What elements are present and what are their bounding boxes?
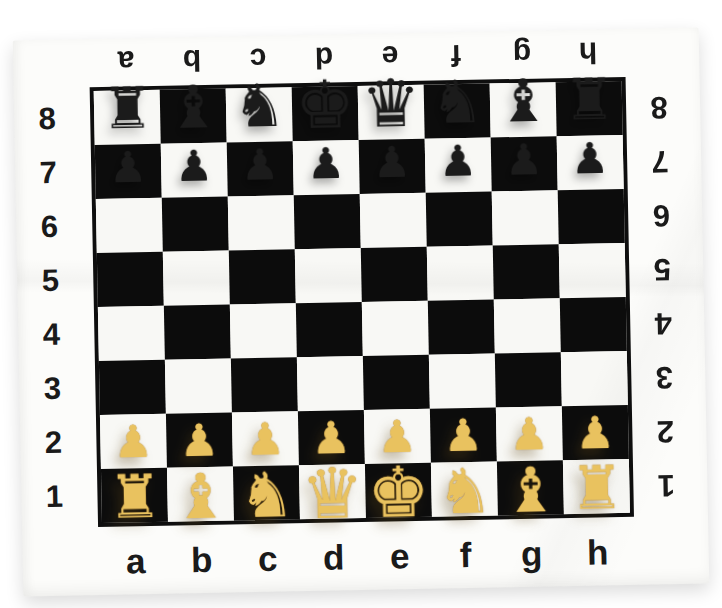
square-a4[interactable] <box>98 306 165 361</box>
rank-label-right-8: 8 <box>634 80 685 135</box>
piece-black-pawn[interactable]: ♟ <box>109 146 148 190</box>
rank-labels-left: 87654321 <box>24 92 78 525</box>
file-label-bottom-h: h <box>564 525 631 580</box>
rank-label-left-4: 4 <box>28 308 75 363</box>
square-a1[interactable]: ♜ <box>101 468 168 523</box>
square-d6[interactable] <box>294 194 361 249</box>
chess-photo-scene: abcdefgh 87654321 87654321 abcdefgh ♜♝♞♚… <box>0 0 722 608</box>
square-h6[interactable] <box>558 189 625 244</box>
square-e8[interactable]: ♛ <box>358 85 425 140</box>
square-d4[interactable] <box>296 302 363 357</box>
square-c4[interactable] <box>230 303 297 358</box>
square-d7[interactable]: ♟ <box>293 140 360 195</box>
rank-label-right-4: 4 <box>638 296 689 351</box>
rank-label-right-3: 3 <box>639 350 690 405</box>
rank-label-left-6: 6 <box>26 200 73 255</box>
piece-black-pawn[interactable]: ♟ <box>504 138 543 182</box>
rank-label-right-2: 2 <box>640 404 691 459</box>
square-c7[interactable]: ♟ <box>227 141 294 196</box>
piece-white-pawn[interactable]: ♟ <box>509 412 550 457</box>
rank-label-left-2: 2 <box>30 415 77 470</box>
square-f5[interactable] <box>427 245 494 300</box>
square-h5[interactable] <box>559 243 626 298</box>
piece-black-rook[interactable]: ♜ <box>101 79 153 137</box>
square-a5[interactable] <box>97 252 164 307</box>
file-label-bottom-e: e <box>366 529 433 584</box>
rank-label-right-1: 1 <box>641 458 692 513</box>
square-b5[interactable] <box>163 251 230 306</box>
piece-white-knight[interactable]: ♞ <box>238 463 295 526</box>
rank-label-left-5: 5 <box>27 254 74 309</box>
rank-label-left-7: 7 <box>25 146 72 201</box>
square-d1[interactable]: ♛ <box>299 464 366 519</box>
square-f1[interactable]: ♞ <box>431 461 498 516</box>
piece-white-queen[interactable]: ♛ <box>301 458 365 529</box>
square-h7[interactable]: ♟ <box>557 135 624 190</box>
square-h4[interactable] <box>560 297 627 352</box>
square-b3[interactable] <box>165 359 232 414</box>
file-label-bottom-d: d <box>300 530 367 585</box>
square-f6[interactable] <box>426 191 493 246</box>
square-f7[interactable]: ♟ <box>425 137 492 192</box>
square-a7[interactable]: ♟ <box>95 144 162 199</box>
piece-black-rook[interactable]: ♜ <box>563 71 615 129</box>
square-e7[interactable]: ♟ <box>359 139 426 194</box>
square-d8[interactable]: ♚ <box>292 86 359 141</box>
file-label-bottom-g: g <box>498 526 565 581</box>
square-c3[interactable] <box>231 357 298 412</box>
rank-label-left-8: 8 <box>24 92 71 147</box>
rank-labels-right: 87654321 <box>634 80 692 513</box>
file-label-bottom-b: b <box>168 532 235 587</box>
piece-white-pawn[interactable]: ♟ <box>443 413 484 458</box>
square-c5[interactable] <box>229 249 296 304</box>
piece-white-bishop[interactable]: ♝ <box>502 458 559 521</box>
piece-black-pawn[interactable]: ♟ <box>307 142 346 186</box>
piece-white-bishop[interactable]: ♝ <box>172 464 229 527</box>
piece-black-queen[interactable]: ♛ <box>361 70 422 137</box>
piece-white-rook[interactable]: ♜ <box>107 467 162 528</box>
square-e4[interactable] <box>362 301 429 356</box>
square-c1[interactable]: ♞ <box>233 465 300 520</box>
piece-black-pawn[interactable]: ♟ <box>439 139 478 183</box>
square-b8[interactable]: ♝ <box>160 89 227 144</box>
square-a2[interactable]: ♟ <box>100 414 167 469</box>
square-g1[interactable]: ♝ <box>497 460 564 515</box>
piece-white-pawn[interactable]: ♟ <box>575 411 616 456</box>
chess-board: ♜♝♞♚♛♞♝♜♟♟♟♟♟♟♟♟♟♟♟♟♟♟♟♟♜♝♞♛♚♞♝♜ <box>90 77 634 527</box>
piece-black-knight[interactable]: ♞ <box>430 72 484 132</box>
square-e3[interactable] <box>363 355 430 410</box>
square-g3[interactable] <box>495 352 562 407</box>
square-a6[interactable] <box>96 198 163 253</box>
square-c8[interactable]: ♞ <box>226 87 293 142</box>
rank-label-left-1: 1 <box>31 469 78 524</box>
piece-white-pawn[interactable]: ♟ <box>113 420 154 465</box>
piece-white-knight[interactable]: ♞ <box>436 459 493 522</box>
piece-white-pawn[interactable]: ♟ <box>179 418 220 463</box>
piece-black-pawn[interactable]: ♟ <box>175 144 214 188</box>
square-c6[interactable] <box>228 195 295 250</box>
square-g8[interactable]: ♝ <box>490 82 557 137</box>
piece-black-bishop[interactable]: ♝ <box>496 71 550 131</box>
square-a8[interactable]: ♜ <box>94 90 161 145</box>
square-d5[interactable] <box>295 248 362 303</box>
piece-black-knight[interactable]: ♞ <box>232 76 286 136</box>
square-b4[interactable] <box>164 305 231 360</box>
square-e6[interactable] <box>360 193 427 248</box>
square-d3[interactable] <box>297 356 364 411</box>
square-g7[interactable]: ♟ <box>491 136 558 191</box>
square-g5[interactable] <box>493 244 560 299</box>
rank-label-right-7: 7 <box>635 134 686 189</box>
rank-label-right-6: 6 <box>636 188 687 243</box>
piece-black-pawn[interactable]: ♟ <box>373 141 412 185</box>
piece-black-pawn[interactable]: ♟ <box>241 143 280 187</box>
square-h3[interactable] <box>561 351 628 406</box>
piece-white-rook[interactable]: ♜ <box>569 458 624 519</box>
square-b6[interactable] <box>162 197 229 252</box>
square-f4[interactable] <box>428 299 495 354</box>
square-b7[interactable]: ♟ <box>161 143 228 198</box>
rank-label-left-3: 3 <box>29 362 76 417</box>
square-f3[interactable] <box>429 353 496 408</box>
file-labels-bottom: abcdefgh <box>102 525 631 589</box>
rank-label-right-5: 5 <box>637 242 688 297</box>
file-label-bottom-f: f <box>432 527 499 582</box>
vinyl-chess-mat: abcdefgh 87654321 87654321 abcdefgh ♜♝♞♚… <box>13 27 710 596</box>
piece-white-pawn[interactable]: ♟ <box>245 417 286 462</box>
piece-black-king[interactable]: ♚ <box>295 71 356 138</box>
file-label-bottom-a: a <box>102 534 169 589</box>
square-f8[interactable]: ♞ <box>424 83 491 138</box>
square-h1[interactable]: ♜ <box>563 459 630 514</box>
square-b1[interactable]: ♝ <box>167 466 234 521</box>
piece-black-pawn[interactable]: ♟ <box>570 137 609 181</box>
square-g6[interactable] <box>492 190 559 245</box>
piece-white-king[interactable]: ♚ <box>367 457 431 528</box>
square-h8[interactable]: ♜ <box>556 81 623 136</box>
square-e1[interactable]: ♚ <box>365 463 432 518</box>
square-a3[interactable] <box>99 360 166 415</box>
square-g4[interactable] <box>494 298 561 353</box>
file-label-bottom-c: c <box>234 531 301 586</box>
square-e5[interactable] <box>361 247 428 302</box>
square-h2[interactable]: ♟ <box>562 405 629 460</box>
piece-black-bishop[interactable]: ♝ <box>166 77 220 137</box>
